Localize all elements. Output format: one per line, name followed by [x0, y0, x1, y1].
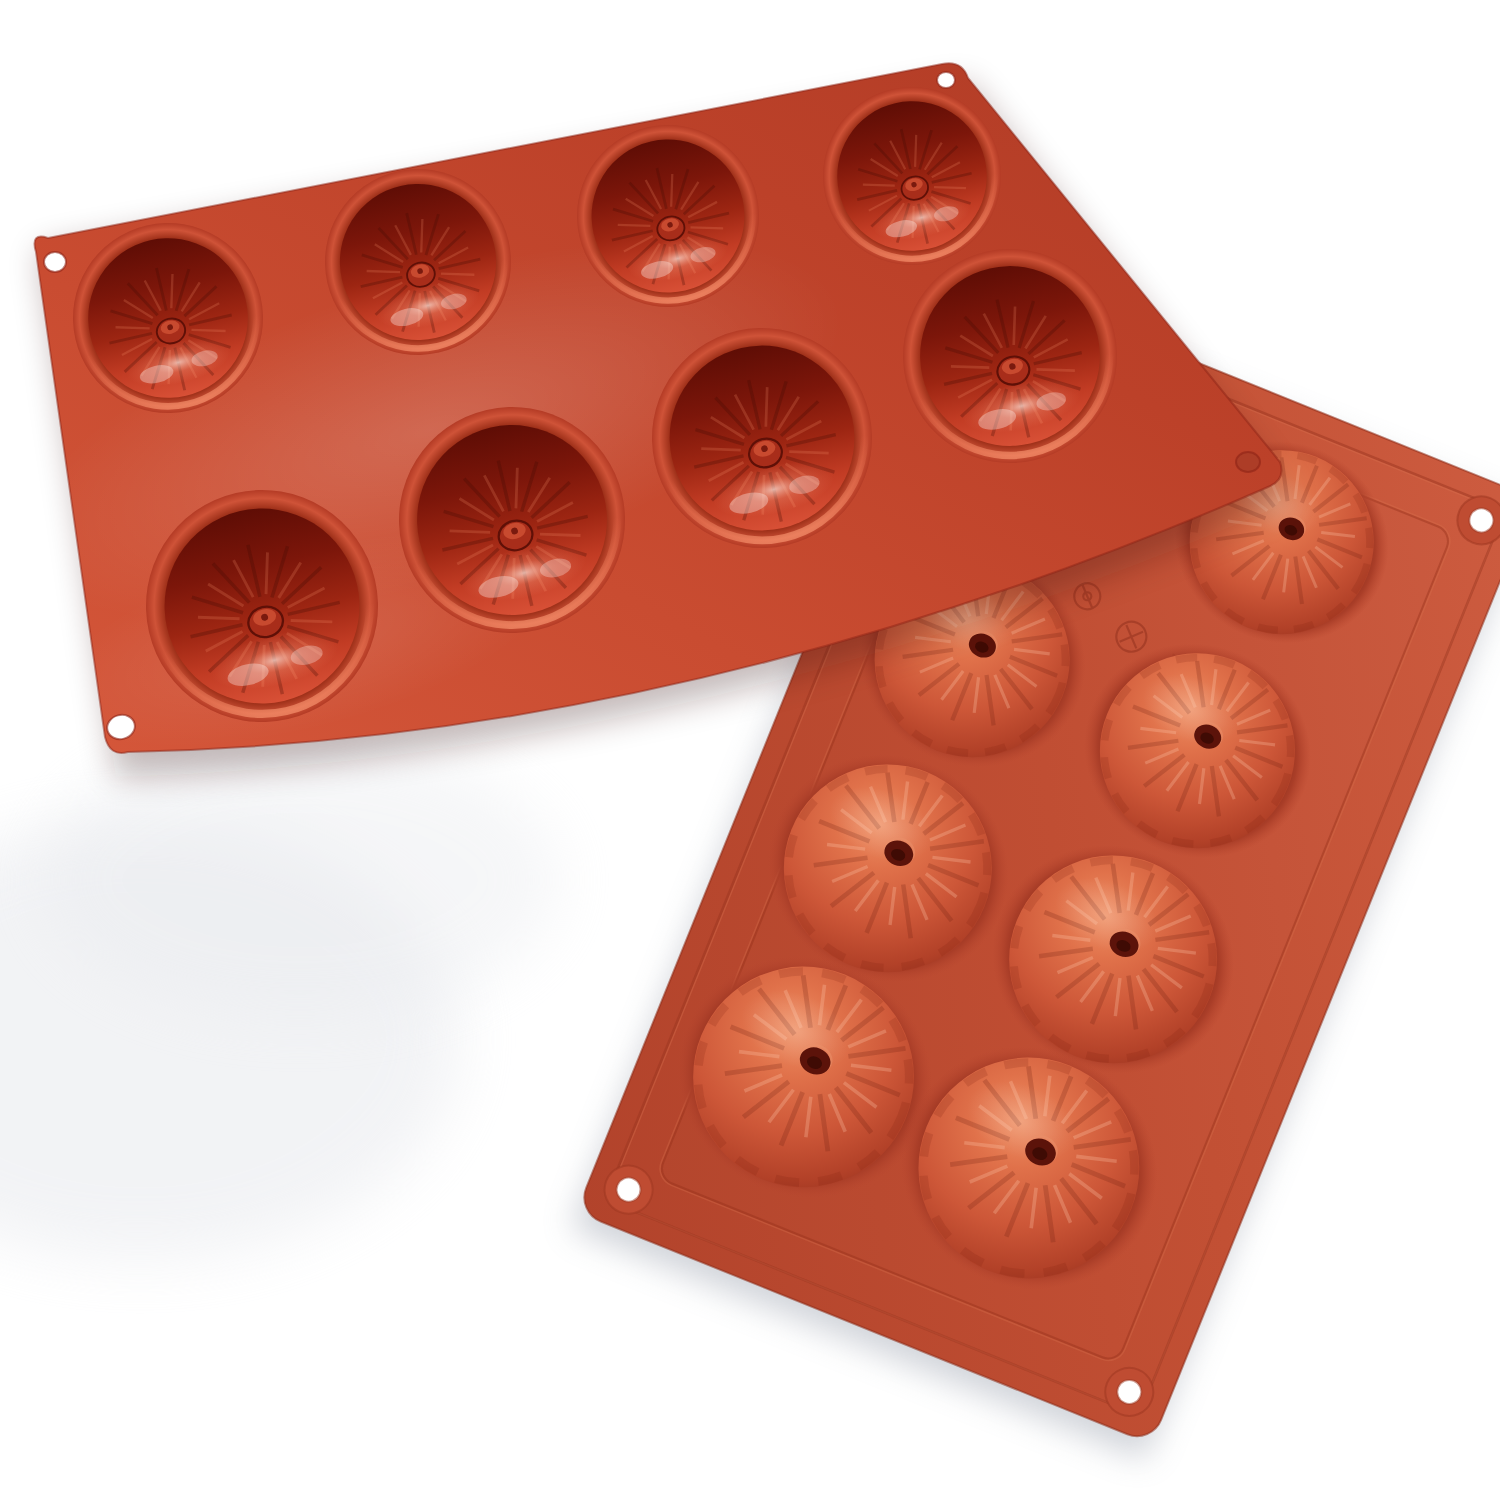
corner-hole: [1236, 452, 1260, 472]
product-photo-scene: MAX 230C° -40C°: [0, 0, 1500, 1500]
corner-hole: [44, 252, 66, 272]
molds-photo: MAX 230C° -40C°: [0, 0, 1500, 1500]
corner-hole: [937, 72, 955, 88]
